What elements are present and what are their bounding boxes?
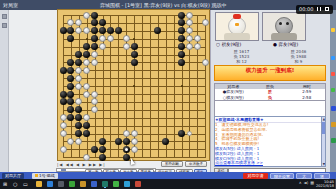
white-stone bbox=[91, 106, 98, 113]
scroll-up-icon[interactable]: ▲ bbox=[322, 117, 326, 121]
white-stone bbox=[194, 35, 201, 42]
sidebar: ○ 棋友(9段) ● 弈友(9段) 胜 1617负 1523和 12 胜 204… bbox=[210, 10, 330, 172]
black-stone bbox=[91, 27, 98, 34]
black-stone bbox=[75, 122, 82, 129]
tray-icon-2[interactable]: ▦ bbox=[310, 180, 314, 185]
last-move-marker bbox=[125, 148, 128, 151]
pause-icon[interactable] bbox=[317, 7, 321, 11]
white-stone bbox=[60, 146, 67, 153]
black-stone bbox=[60, 67, 67, 74]
taskbar-clock[interactable]: 10:45 2021/6/18 bbox=[316, 180, 334, 189]
white-stone bbox=[91, 51, 98, 58]
white-stone bbox=[91, 59, 98, 66]
black-stone bbox=[91, 12, 98, 19]
black-stone bbox=[178, 59, 185, 66]
white-stone bbox=[83, 154, 90, 161]
white-stone bbox=[60, 130, 67, 137]
ghost-stone bbox=[187, 131, 192, 136]
start-button[interactable]: ⊞ bbox=[3, 181, 7, 187]
black-stone bbox=[75, 59, 82, 66]
white-stone bbox=[186, 19, 193, 26]
black-stone bbox=[123, 138, 130, 145]
black-stone bbox=[67, 98, 74, 105]
black-stone bbox=[75, 130, 82, 137]
black-stone bbox=[131, 43, 138, 50]
black-stone bbox=[178, 130, 185, 137]
bottom-bar: 对局大厅 1号·观战 退出大厅聊天设置对局申请 bbox=[0, 172, 336, 179]
black-stone bbox=[91, 35, 98, 42]
window-mode-label: 对局室 bbox=[3, 0, 18, 10]
black-stone bbox=[83, 130, 90, 137]
judge-button[interactable]: 形势判断 bbox=[161, 161, 183, 167]
player-stat: 和 12 bbox=[214, 59, 269, 64]
white-stone bbox=[83, 67, 90, 74]
white-stone bbox=[107, 35, 114, 42]
black-stone bbox=[67, 91, 74, 98]
taskbar-app-app-dark[interactable] bbox=[58, 181, 64, 187]
white-stone bbox=[202, 59, 209, 66]
taskbar-app-app-green[interactable] bbox=[69, 181, 75, 187]
count-button[interactable]: 申请数子 bbox=[185, 161, 207, 167]
search-icon[interactable]: ○ bbox=[13, 181, 17, 187]
player-stat: 和 9 bbox=[271, 59, 326, 64]
white-stone bbox=[99, 43, 106, 50]
black-player-avatar bbox=[262, 12, 306, 41]
black-stone bbox=[75, 114, 82, 121]
black-stone bbox=[154, 27, 161, 34]
black-stone bbox=[67, 75, 74, 82]
white-stone bbox=[91, 98, 98, 105]
white-stone bbox=[186, 27, 193, 34]
white-stone bbox=[83, 83, 90, 90]
black-stone bbox=[91, 19, 98, 26]
app-window: 对局室 弈城围棋 - [1号室] 黑:弈友(9段) vs 白:棋友(9段) 观战… bbox=[0, 0, 336, 189]
go-board[interactable] bbox=[57, 9, 210, 161]
white-stone bbox=[75, 27, 82, 34]
taskbar-app-explorer[interactable] bbox=[36, 181, 42, 187]
desktop-widget-blue-icon[interactable] bbox=[331, 106, 336, 111]
video-osd: 00:00 bbox=[296, 5, 333, 14]
white-stone bbox=[67, 138, 74, 145]
white-stone bbox=[75, 83, 82, 90]
white-stone bbox=[75, 67, 82, 74]
white-stone bbox=[83, 114, 90, 121]
star-point bbox=[86, 38, 88, 40]
star-point bbox=[133, 38, 135, 40]
slider-thumb[interactable] bbox=[61, 169, 66, 171]
tab-room[interactable]: 1号·观战 bbox=[32, 173, 58, 179]
white-player-stats: 胜 1617负 1523和 12 bbox=[214, 49, 269, 64]
black-stone bbox=[67, 59, 74, 66]
black-stone bbox=[67, 83, 74, 90]
black-stone bbox=[75, 106, 82, 113]
black-stone bbox=[91, 43, 98, 50]
desktop-shortcut-gold-icon[interactable] bbox=[331, 28, 335, 32]
white-stone bbox=[131, 146, 138, 153]
white-player-avatar bbox=[215, 12, 259, 41]
tray-icon-1[interactable]: ◄) bbox=[304, 180, 309, 185]
desktop-widget-green-icon[interactable] bbox=[331, 138, 336, 143]
white-stone bbox=[75, 138, 82, 145]
black-stone bbox=[60, 27, 67, 34]
white-stone bbox=[194, 43, 201, 50]
tool-icon-2[interactable] bbox=[2, 23, 7, 28]
black-stone bbox=[83, 43, 90, 50]
white-stone bbox=[83, 27, 90, 34]
white-stone bbox=[99, 35, 106, 42]
apply-game-button[interactable]: 对局申请 bbox=[243, 173, 268, 179]
tray-date: 2021/6/18 bbox=[316, 184, 334, 189]
black-stone bbox=[99, 138, 106, 145]
taskbar-app-wechat[interactable] bbox=[113, 181, 119, 187]
desktop-widget-gold-icon[interactable] bbox=[331, 122, 336, 127]
white-player-name: ○ 棋友(9段) bbox=[216, 42, 241, 47]
bottom-button-1[interactable]: 大厅 bbox=[296, 173, 312, 179]
white-stone bbox=[91, 91, 98, 98]
desktop-shortcut-green-icon[interactable] bbox=[331, 88, 335, 92]
black-stone bbox=[115, 138, 122, 145]
black-stone bbox=[123, 146, 130, 153]
tool-icon-1[interactable] bbox=[2, 14, 7, 19]
scroll-thumb[interactable] bbox=[322, 122, 326, 134]
desktop-shortcut-red-icon[interactable] bbox=[331, 72, 335, 76]
left-tool-strip bbox=[0, 10, 9, 172]
chat-panel[interactable]: ★欢迎观战·本局精彩直播★ 1、请文明观棋,理性交流发言!2、连续违规者将被禁言… bbox=[214, 116, 326, 167]
white-stone bbox=[186, 35, 193, 42]
black-stone bbox=[107, 27, 114, 34]
black-stone bbox=[178, 27, 185, 34]
black-stone bbox=[60, 91, 67, 98]
ad-line-1: 棋力提升 一涨到底! bbox=[215, 66, 325, 74]
tab-lobby[interactable]: 对局大厅 bbox=[2, 173, 24, 179]
black-stone bbox=[83, 122, 90, 129]
white-stone bbox=[75, 98, 82, 105]
black-stone bbox=[67, 67, 74, 74]
taskbar-app-weiqi-client[interactable] bbox=[102, 181, 108, 187]
black-stone bbox=[178, 19, 185, 26]
black-stone bbox=[123, 154, 130, 161]
white-stone bbox=[83, 59, 90, 66]
black-stone bbox=[67, 35, 74, 42]
black-stone bbox=[99, 19, 106, 26]
board-toolbar: |◀ ◀◀ ◀ ▶ ▶▶ ▶| 形势判断 申请数子 第一手前十手后十手最终手保存… bbox=[9, 161, 210, 172]
white-stone bbox=[75, 75, 82, 82]
fullscreen-icon[interactable] bbox=[325, 7, 329, 11]
black-stone bbox=[67, 114, 74, 121]
black-stone bbox=[131, 59, 138, 66]
white-stone bbox=[123, 43, 130, 50]
windows-taskbar: ⊞ ○ ▭ ∧◄)▦ 10:45 2021/6/18 bbox=[0, 179, 336, 189]
tray-icon-0[interactable]: ∧ bbox=[299, 180, 302, 185]
white-stone bbox=[83, 91, 90, 98]
white-stone bbox=[75, 19, 82, 26]
bottom-button-0[interactable]: 退出 bbox=[314, 173, 330, 179]
desktop-edge bbox=[330, 10, 336, 172]
black-stone bbox=[75, 51, 82, 58]
white-stone bbox=[186, 12, 193, 19]
mouse-cursor-icon bbox=[131, 158, 135, 165]
chat-link[interactable]: 点击进入高手直播间 >> bbox=[215, 166, 325, 167]
black-stone bbox=[99, 154, 106, 161]
black-stone bbox=[60, 98, 67, 105]
black-stone bbox=[178, 35, 185, 42]
black-stone bbox=[99, 146, 106, 153]
game-result-table: 对局者胜负用时 ●弈友(9段)胜2:59○棋友(9段)负2:58 bbox=[214, 83, 326, 101]
room-icon bbox=[35, 174, 38, 177]
white-stone bbox=[131, 130, 138, 137]
black-stone bbox=[83, 51, 90, 58]
white-stone bbox=[60, 114, 67, 121]
taskbar-app-app-gold[interactable] bbox=[80, 181, 86, 187]
white-stone bbox=[83, 12, 90, 19]
move-nav-buttons[interactable]: |◀ ◀◀ ◀ ▶ ▶▶ ▶| bbox=[57, 162, 106, 167]
osd-time: 00:00 bbox=[299, 6, 313, 12]
white-stone bbox=[123, 35, 130, 42]
taskbar-app-app-blue[interactable] bbox=[91, 181, 97, 187]
white-stone bbox=[186, 43, 193, 50]
black-stone bbox=[178, 43, 185, 50]
white-stone bbox=[202, 19, 209, 26]
black-stone bbox=[99, 27, 106, 34]
scroll-down-icon[interactable]: ▼ bbox=[322, 162, 326, 166]
white-stone bbox=[60, 122, 67, 129]
bottom-button-2[interactable]: 聊天设置 bbox=[270, 173, 295, 179]
black-stone bbox=[115, 27, 122, 34]
ad-banner[interactable]: 棋力提升 一涨到底! 精彩对局·高手上线! bbox=[214, 65, 326, 81]
black-stone bbox=[131, 51, 138, 58]
desktop-shortcut-blue-icon[interactable] bbox=[331, 56, 335, 60]
taskbar-app-app-red[interactable] bbox=[135, 181, 141, 187]
black-stone bbox=[67, 27, 74, 34]
white-stone bbox=[67, 19, 74, 26]
system-tray[interactable]: ∧◄)▦ bbox=[299, 180, 314, 185]
black-stone bbox=[178, 51, 185, 58]
white-stone bbox=[123, 130, 130, 137]
white-stone bbox=[131, 138, 138, 145]
star-point bbox=[181, 85, 183, 87]
black-player-stats: 胜 2046负 1988和 9 bbox=[271, 49, 326, 64]
black-player-name: ● 弈友(9段) bbox=[273, 42, 298, 47]
chat-scrollbar[interactable]: ▲ ▼ bbox=[321, 117, 325, 166]
black-stone bbox=[162, 138, 169, 145]
black-stone bbox=[178, 12, 185, 19]
taskbar-app-edge[interactable] bbox=[47, 181, 53, 187]
task-view-icon[interactable]: ▭ bbox=[23, 181, 28, 187]
black-stone bbox=[91, 146, 98, 153]
taskbar-app-ie[interactable] bbox=[124, 181, 130, 187]
black-stone bbox=[67, 106, 74, 113]
